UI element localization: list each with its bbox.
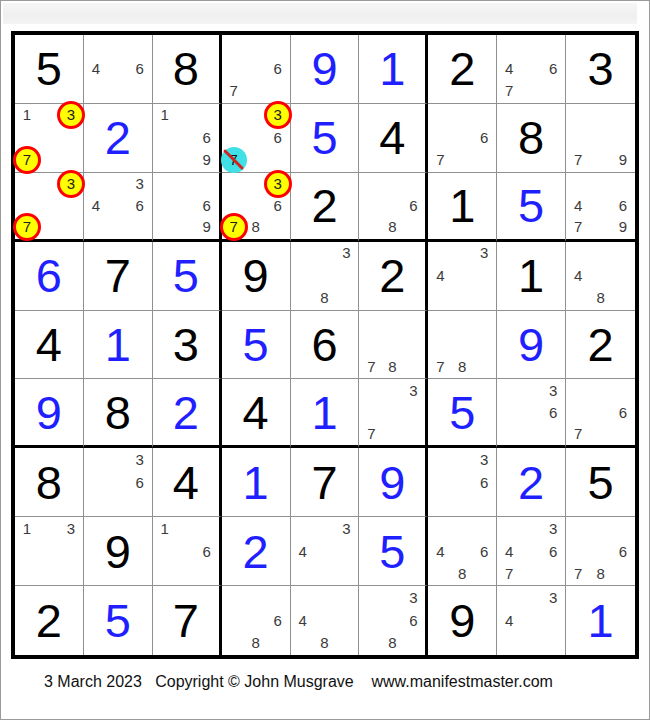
candidate-8: 8: [451, 355, 473, 377]
cell-r2c7[interactable]: 67: [428, 104, 497, 173]
given-digit: 1: [518, 252, 544, 299]
cell-r7c7[interactable]: 36: [428, 448, 497, 517]
candidate-8: 8: [381, 355, 403, 377]
candidate-6: 6: [196, 195, 218, 217]
cell-r2c8[interactable]: 8: [497, 104, 566, 173]
given-digit: 2: [379, 252, 405, 299]
candidate-6: 6: [196, 127, 218, 149]
cell-r9c1[interactable]: 2: [15, 586, 84, 655]
candidate-8: 8: [245, 632, 267, 654]
solved-digit: 2: [518, 459, 544, 506]
cell-r3c4[interactable]: 3678: [222, 173, 291, 242]
candidate-7: 7: [498, 562, 520, 584]
candidate-9: 9: [196, 216, 218, 238]
cell-r9c5[interactable]: 48: [291, 586, 360, 655]
solved-digit: 5: [379, 528, 405, 575]
cell-r7c1[interactable]: 8: [15, 448, 84, 517]
candidate-7: 7: [360, 422, 382, 444]
candidate-6: 6: [129, 471, 151, 493]
cell-r5c9[interactable]: 2: [566, 311, 635, 380]
candidate-1: 1: [154, 104, 176, 126]
candidate-6: 6: [542, 58, 564, 80]
candidate-6: 6: [267, 127, 289, 149]
cell-r9c2[interactable]: 5: [84, 586, 153, 655]
candidate-6: 6: [612, 401, 634, 423]
cell-r8c7[interactable]: 468: [428, 517, 497, 586]
candidate-3: 3: [542, 586, 564, 608]
candidate-4: 4: [85, 58, 107, 80]
candidate-6: 6: [267, 610, 289, 632]
cell-r4c7[interactable]: 34: [428, 242, 497, 311]
candidate-4: 4: [498, 58, 520, 80]
solved-digit: 9: [311, 45, 337, 92]
cell-r2c4[interactable]: 367: [222, 104, 291, 173]
candidate-6: 6: [402, 610, 424, 632]
cell-r2c2[interactable]: 2: [84, 104, 153, 173]
given-digit: 8: [36, 459, 62, 506]
candidate-8: 8: [381, 216, 403, 238]
candidate-7-circled: 7: [220, 213, 248, 241]
candidate-3: 3: [129, 448, 151, 470]
cell-r3c1[interactable]: 37: [15, 173, 84, 242]
cell-r3c9[interactable]: 4679: [566, 173, 635, 242]
cell-r6c5[interactable]: 1: [291, 379, 360, 448]
candidate-4: 4: [498, 610, 520, 632]
candidate-4: 4: [567, 195, 589, 217]
cell-r9c8[interactable]: 34: [497, 586, 566, 655]
given-digit: 2: [587, 321, 613, 368]
solved-digit: 5: [518, 182, 544, 229]
cell-r4c3[interactable]: 5: [153, 242, 222, 311]
candidate-9: 9: [612, 216, 634, 238]
candidate-7: 7: [498, 80, 520, 102]
candidate-4: 4: [292, 610, 314, 632]
given-digit: 9: [105, 528, 131, 575]
given-digit: 6: [311, 321, 337, 368]
candidate-3: 3: [542, 379, 564, 401]
cell-r4c6[interactable]: 2: [359, 242, 428, 311]
cell-r1c1[interactable]: 5: [15, 35, 84, 104]
candidate-3: 3: [473, 448, 495, 470]
solved-digit: 5: [173, 252, 199, 299]
candidate-3: 3: [335, 517, 357, 539]
cell-r2c9[interactable]: 79: [566, 104, 635, 173]
cell-r5c7[interactable]: 78: [428, 311, 497, 380]
cell-r4c8[interactable]: 1: [497, 242, 566, 311]
given-digit: 2: [449, 45, 475, 92]
solved-digit: 5: [243, 321, 269, 368]
cell-r3c3[interactable]: 69: [153, 173, 222, 242]
given-digit: 2: [311, 182, 337, 229]
top-bar: [3, 3, 637, 24]
given-digit: 5: [36, 45, 62, 92]
cell-r6c4[interactable]: 4: [222, 379, 291, 448]
candidate-7: 7: [429, 355, 451, 377]
cell-r5c5[interactable]: 6: [291, 311, 360, 380]
candidate-6: 6: [612, 195, 634, 217]
candidate-3: 3: [402, 379, 424, 401]
given-digit: 3: [173, 321, 199, 368]
cell-r8c9[interactable]: 678: [566, 517, 635, 586]
cell-r9c3[interactable]: 7: [153, 586, 222, 655]
candidate-6: 6: [129, 58, 151, 80]
given-digit: 4: [173, 459, 199, 506]
solved-digit: 9: [379, 459, 405, 506]
cell-r4c9[interactable]: 48: [566, 242, 635, 311]
given-digit: 9: [449, 597, 475, 644]
footer-text: 3 March 2023 Copyright © John Musgrave w…: [44, 673, 553, 691]
candidate-7-circled: 7: [13, 146, 41, 174]
cell-r1c2[interactable]: 46: [84, 35, 153, 104]
given-digit: 8: [518, 114, 544, 161]
cell-r5c3[interactable]: 3: [153, 311, 222, 380]
cell-r1c7[interactable]: 2: [428, 35, 497, 104]
candidate-7: 7: [360, 355, 382, 377]
candidate-3: 3: [473, 242, 495, 264]
cell-r7c3[interactable]: 4: [153, 448, 222, 517]
cell-r6c1[interactable]: 9: [15, 379, 84, 448]
candidate-4: 4: [429, 265, 451, 287]
candidate-1: 1: [16, 517, 38, 539]
cell-r1c5[interactable]: 9: [291, 35, 360, 104]
cell-r2c5[interactable]: 5: [291, 104, 360, 173]
cell-r3c2[interactable]: 346: [84, 173, 153, 242]
cell-r9c9[interactable]: 1: [566, 586, 635, 655]
cell-r1c9[interactable]: 3: [566, 35, 635, 104]
cell-r7c6[interactable]: 9: [359, 448, 428, 517]
given-digit: 8: [173, 45, 199, 92]
solved-digit: 2: [243, 528, 269, 575]
cell-r6c8[interactable]: 36: [497, 379, 566, 448]
cell-r8c6[interactable]: 5: [359, 517, 428, 586]
cell-r2c1[interactable]: 137: [15, 104, 84, 173]
cell-r7c9[interactable]: 5: [566, 448, 635, 517]
cell-r7c2[interactable]: 36: [84, 448, 153, 517]
solved-digit: 1: [105, 321, 131, 368]
candidate-7: 7: [567, 562, 589, 584]
candidate-7: 7: [223, 80, 245, 102]
candidate-6: 6: [473, 471, 495, 493]
given-digit: 3: [587, 45, 613, 92]
cell-r3c6[interactable]: 68: [359, 173, 428, 242]
solved-digit: 9: [36, 389, 62, 436]
solved-digit: 1: [311, 389, 337, 436]
candidate-4: 4: [292, 540, 314, 562]
candidate-4: 4: [429, 540, 451, 562]
given-digit: 2: [36, 597, 62, 644]
solved-digit: 1: [243, 459, 269, 506]
candidate-3-circled: 3: [264, 170, 292, 198]
page: 5468679124673137216936754678793734669367…: [0, 0, 650, 720]
candidate-8: 8: [381, 632, 403, 654]
given-digit: 8: [105, 389, 131, 436]
candidate-3: 3: [402, 586, 424, 608]
candidate-8: 8: [590, 562, 612, 584]
given-digit: 9: [243, 252, 269, 299]
cell-r8c4[interactable]: 2: [222, 517, 291, 586]
candidate-8: 8: [590, 287, 612, 309]
cell-r6c2[interactable]: 8: [84, 379, 153, 448]
given-digit: 4: [379, 114, 405, 161]
solved-digit: 5: [105, 597, 131, 644]
cell-r4c1[interactable]: 6: [15, 242, 84, 311]
given-digit: 7: [311, 459, 337, 506]
cell-r7c5[interactable]: 7: [291, 448, 360, 517]
given-digit: 7: [105, 252, 131, 299]
given-digit: 5: [587, 459, 613, 506]
cell-r5c2[interactable]: 1: [84, 311, 153, 380]
cell-r2c3[interactable]: 169: [153, 104, 222, 173]
candidate-6: 6: [267, 58, 289, 80]
cell-r7c4[interactable]: 1: [222, 448, 291, 517]
candidate-1: 1: [154, 517, 176, 539]
solved-digit: 9: [518, 321, 544, 368]
cell-r7c8[interactable]: 2: [497, 448, 566, 517]
cell-r4c5[interactable]: 38: [291, 242, 360, 311]
candidate-8: 8: [451, 562, 473, 584]
cell-r8c3[interactable]: 16: [153, 517, 222, 586]
candidate-6: 6: [402, 195, 424, 217]
cell-r5c1[interactable]: 4: [15, 311, 84, 380]
candidate-3: 3: [335, 242, 357, 264]
cell-r3c7[interactable]: 1: [428, 173, 497, 242]
cell-r4c2[interactable]: 7: [84, 242, 153, 311]
given-digit: 7: [173, 597, 199, 644]
cell-r3c5[interactable]: 2: [291, 173, 360, 242]
candidate-9: 9: [196, 149, 218, 171]
cell-r1c6[interactable]: 1: [359, 35, 428, 104]
cell-r5c4[interactable]: 5: [222, 311, 291, 380]
solved-digit: 1: [379, 45, 405, 92]
cell-r8c1[interactable]: 13: [15, 517, 84, 586]
candidate-3-circled: 3: [57, 101, 85, 129]
candidate-6: 6: [267, 195, 289, 217]
solved-digit: 5: [449, 389, 475, 436]
cell-r1c3[interactable]: 8: [153, 35, 222, 104]
solved-digit: 6: [36, 252, 62, 299]
candidate-7-circled: 7: [13, 213, 41, 241]
candidate-7: 7: [429, 149, 451, 171]
candidate-8: 8: [313, 632, 335, 654]
candidate-6: 6: [196, 540, 218, 562]
candidate-6: 6: [612, 540, 634, 562]
cell-r6c6[interactable]: 37: [359, 379, 428, 448]
candidate-4: 4: [85, 195, 107, 217]
given-digit: 1: [449, 182, 475, 229]
cell-r5c6[interactable]: 78: [359, 311, 428, 380]
cell-r9c4[interactable]: 68: [222, 586, 291, 655]
solved-digit: 1: [587, 597, 613, 644]
candidate-1: 1: [16, 104, 38, 126]
cell-r1c8[interactable]: 467: [497, 35, 566, 104]
candidate-4: 4: [567, 265, 589, 287]
candidate-6: 6: [129, 195, 151, 217]
cell-r6c9[interactable]: 67: [566, 379, 635, 448]
candidate-7: 7: [567, 422, 589, 444]
candidate-3: 3: [129, 173, 151, 195]
solved-digit: 5: [311, 114, 337, 161]
cell-r9c6[interactable]: 368: [359, 586, 428, 655]
cell-r4c4[interactable]: 9: [222, 242, 291, 311]
candidate-3: 3: [60, 517, 82, 539]
candidate-6: 6: [473, 540, 495, 562]
candidate-3-circled: 3: [57, 170, 85, 198]
cell-r6c3[interactable]: 2: [153, 379, 222, 448]
solved-digit: 2: [105, 114, 131, 161]
cell-r2c6[interactable]: 4: [359, 104, 428, 173]
candidate-4: 4: [498, 540, 520, 562]
given-digit: 4: [243, 389, 269, 436]
candidate-9: 9: [612, 149, 634, 171]
candidate-6: 6: [473, 127, 495, 149]
candidate-7: 7: [567, 149, 589, 171]
cell-r6c7[interactable]: 5: [428, 379, 497, 448]
given-digit: 4: [36, 321, 62, 368]
sudoku-grid: 5468679124673137216936754678793734669367…: [11, 31, 639, 659]
cell-r5c8[interactable]: 9: [497, 311, 566, 380]
cell-r3c8[interactable]: 5: [497, 173, 566, 242]
candidate-3: 3: [542, 517, 564, 539]
cell-r1c4[interactable]: 67: [222, 35, 291, 104]
solved-digit: 2: [173, 389, 199, 436]
candidate-8: 8: [245, 216, 267, 238]
candidate-6: 6: [542, 401, 564, 423]
cell-r8c8[interactable]: 3467: [497, 517, 566, 586]
candidate-8: 8: [313, 287, 335, 309]
candidate-6: 6: [542, 540, 564, 562]
candidate-3-circled: 3: [264, 101, 292, 129]
cell-r8c5[interactable]: 34: [291, 517, 360, 586]
candidate-7: 7: [567, 216, 589, 238]
candidate-7-eliminated: 7: [221, 147, 247, 173]
cell-r9c7[interactable]: 9: [428, 586, 497, 655]
cell-r8c2[interactable]: 9: [84, 517, 153, 586]
